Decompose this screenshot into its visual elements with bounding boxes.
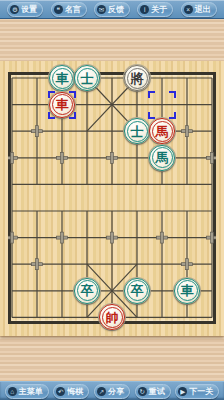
- bottom-toolbar: ⌂ 主菜单 ↶ 悔棋 ↗ 分享 ↻ 重试 ▶ 下一关: [0, 381, 224, 400]
- app-screen: ⚙ 设置 ❝ 名言 ✉ 反馈 i 关于 × 退出 車士將車士馬馬卒卒車帥 ⌂ 主…: [0, 0, 224, 400]
- exit-label: 退出: [195, 4, 211, 15]
- piece-black-士[interactable]: 士: [74, 65, 100, 91]
- home-icon: ⌂: [8, 387, 17, 396]
- piece-black-卒[interactable]: 卒: [124, 278, 150, 304]
- settings-button[interactable]: ⚙ 设置: [7, 2, 43, 17]
- envelope-icon: ✉: [97, 5, 106, 14]
- about-label: 关于: [151, 4, 167, 15]
- quotes-button[interactable]: ❝ 名言: [51, 2, 87, 17]
- undo-move-label: 悔棋: [67, 386, 83, 397]
- retry-button[interactable]: ↻ 重试: [135, 384, 171, 399]
- share-label: 分享: [108, 386, 124, 397]
- about-button[interactable]: i 关于: [137, 2, 173, 17]
- play-area: 車士將車士馬馬卒卒車帥: [0, 18, 224, 382]
- main-menu-button[interactable]: ⌂ 主菜单: [5, 384, 49, 399]
- share-icon: ↗: [97, 387, 106, 396]
- retry-icon: ↻: [138, 387, 147, 396]
- top-toolbar: ⚙ 设置 ❝ 名言 ✉ 反馈 i 关于 × 退出: [0, 0, 224, 19]
- info-icon: i: [140, 5, 149, 14]
- close-icon: ×: [184, 5, 193, 14]
- piece-red-馬[interactable]: 馬: [149, 118, 175, 144]
- gear-icon: ⚙: [10, 5, 19, 14]
- next-icon: ▶: [178, 387, 187, 396]
- feedback-label: 反馈: [108, 4, 124, 15]
- piece-red-車[interactable]: 車: [49, 92, 75, 118]
- settings-label: 设置: [21, 4, 37, 15]
- piece-black-馬[interactable]: 馬: [149, 145, 175, 171]
- piece-black-車[interactable]: 車: [49, 65, 75, 91]
- piece-black-將[interactable]: 將: [124, 65, 150, 91]
- share-button[interactable]: ↗ 分享: [94, 384, 130, 399]
- piece-black-車[interactable]: 車: [174, 278, 200, 304]
- quotes-label: 名言: [65, 4, 81, 15]
- piece-black-卒[interactable]: 卒: [74, 278, 100, 304]
- next-level-button[interactable]: ▶ 下一关: [175, 384, 219, 399]
- feedback-button[interactable]: ✉ 反馈: [94, 2, 130, 17]
- undo-move-button[interactable]: ↶ 悔棋: [53, 384, 89, 399]
- undo-icon: ↶: [56, 387, 65, 396]
- exit-button[interactable]: × 退出: [181, 2, 217, 17]
- piece-black-士[interactable]: 士: [124, 118, 150, 144]
- quote-icon: ❝: [54, 5, 63, 14]
- retry-label: 重试: [149, 386, 165, 397]
- next-level-label: 下一关: [189, 386, 213, 397]
- main-menu-label: 主菜单: [19, 386, 43, 397]
